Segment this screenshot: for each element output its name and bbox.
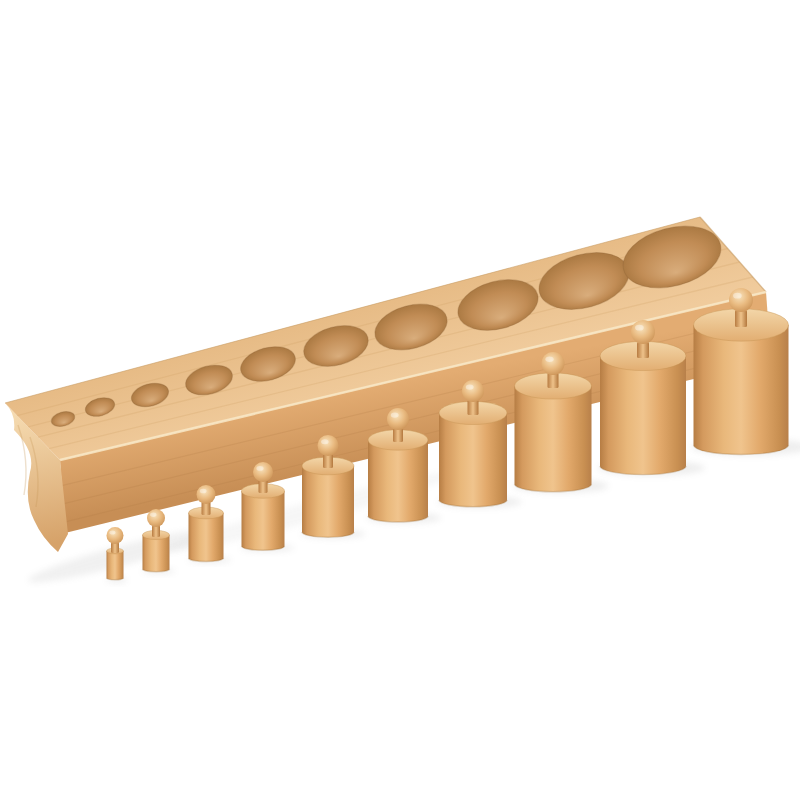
knob-highlight — [256, 466, 263, 471]
knob-highlight — [733, 293, 742, 299]
knob-ball — [631, 320, 655, 344]
knob-neck — [393, 428, 403, 442]
knob-ball — [253, 462, 273, 482]
knob-neck — [548, 373, 559, 388]
knob-ball — [387, 408, 409, 430]
knob-neck — [468, 400, 479, 415]
knob-ball — [542, 352, 565, 375]
cylinder-body — [600, 356, 686, 475]
cylinder-body — [439, 413, 507, 507]
knob-highlight — [391, 412, 399, 417]
cylinder-body — [302, 466, 354, 537]
knob-highlight — [150, 513, 156, 517]
knob-highlight — [545, 357, 553, 363]
knob-ball — [197, 485, 216, 504]
cylinder-body — [694, 325, 789, 455]
knob-neck — [323, 454, 333, 468]
cylinder-body — [515, 386, 592, 492]
knob-highlight — [109, 530, 115, 534]
knob-ball — [147, 509, 165, 527]
knob-neck — [637, 342, 649, 358]
cylinder-body — [189, 513, 224, 562]
knob-ball — [107, 527, 124, 544]
cylinder-body — [242, 491, 285, 550]
knob-highlight — [635, 325, 644, 331]
scene-svg — [0, 0, 800, 800]
cylinder-body — [368, 440, 428, 522]
cylinder-body — [107, 551, 124, 580]
knob-highlight — [466, 384, 474, 389]
product-photo — [0, 0, 800, 800]
knob-highlight — [200, 489, 207, 494]
cylinder-body — [143, 535, 170, 572]
knob-ball — [729, 288, 753, 312]
knob-neck — [735, 310, 747, 327]
knob-highlight — [321, 439, 329, 444]
knob-ball — [318, 435, 339, 456]
knob-ball — [462, 380, 484, 402]
